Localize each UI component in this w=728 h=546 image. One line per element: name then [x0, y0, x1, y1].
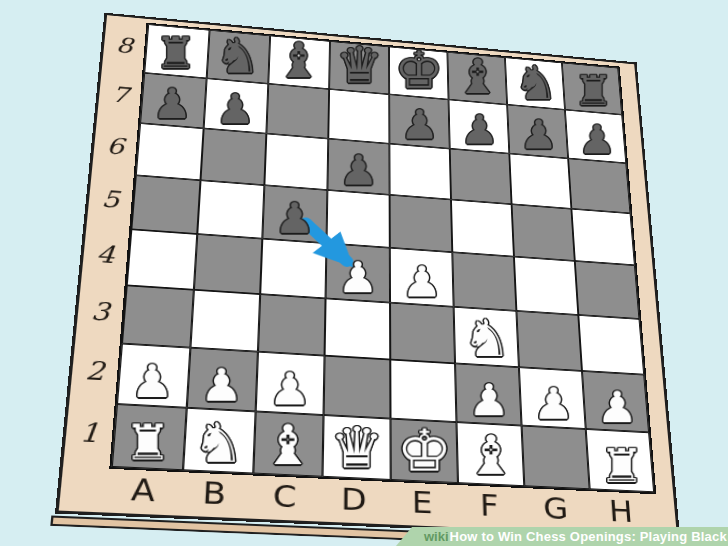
file-label-d: D — [320, 476, 389, 523]
square-b7: ♟ — [204, 78, 269, 133]
file-label-b: B — [178, 469, 251, 516]
square-a1: ♜ — [112, 404, 187, 470]
square-f5 — [451, 200, 514, 257]
black-pawn-h7-piece: ♟ — [568, 120, 626, 160]
rank-label-3: 3 — [75, 281, 124, 342]
square-e2 — [390, 360, 456, 423]
rank-label-5: 5 — [87, 170, 134, 227]
black-pawn-d6-piece: ♟ — [328, 150, 389, 191]
white-pawn-g2-piece: ♟ — [521, 382, 585, 426]
square-b2: ♟ — [187, 348, 258, 412]
square-f3: ♞ — [454, 307, 519, 367]
white-bishop-f1-piece: ♝ — [458, 429, 524, 483]
file-label-a: A — [106, 466, 181, 514]
board-frame: 87654321 ABCDEFGH ♜♞♝♛♚♝♞♜♟♟♟♟♟♟♟♟♟♟♞♟♟♟… — [55, 13, 680, 540]
square-a5 — [131, 175, 200, 234]
white-pawn-e4-piece: ♟ — [390, 261, 453, 304]
square-b1: ♞ — [183, 408, 256, 474]
square-d8: ♛ — [329, 41, 389, 94]
white-bishop-c1-piece: ♝ — [254, 418, 321, 473]
black-pawn-b7-piece: ♟ — [205, 88, 266, 129]
watermark-title: How to Win Chess Openings: Playing Black — [450, 529, 727, 544]
file-label-f: F — [456, 482, 524, 528]
square-g7: ♟ — [507, 105, 568, 159]
white-knight-b1-piece: ♞ — [185, 416, 253, 470]
board-scene: 87654321 ABCDEFGH ♜♞♝♛♚♝♞♜♟♟♟♟♟♟♟♟♟♟♞♟♟♟… — [88, 0, 668, 546]
square-h6 — [568, 158, 630, 213]
rank-label-1: 1 — [63, 400, 114, 465]
white-pawn-b2-piece: ♟ — [188, 363, 255, 408]
file-label-c: C — [249, 472, 320, 519]
rank-label-6: 6 — [92, 118, 138, 173]
rank-label-4: 4 — [81, 224, 129, 283]
square-a7: ♟ — [140, 73, 207, 129]
square-h2: ♟ — [582, 371, 649, 432]
square-b6 — [201, 128, 267, 185]
square-e3 — [390, 303, 455, 364]
black-rook-a8-piece: ♜ — [146, 31, 206, 74]
square-d2 — [324, 356, 391, 419]
square-f8: ♝ — [447, 52, 507, 105]
square-c4 — [260, 239, 326, 299]
square-a2: ♟ — [117, 344, 190, 408]
white-rook-h1-piece: ♜ — [589, 442, 654, 489]
square-g4 — [514, 257, 578, 315]
white-pawn-h2-piece: ♟ — [585, 386, 649, 429]
black-rook-h8-piece: ♜ — [565, 69, 622, 111]
rank-label-2: 2 — [70, 339, 120, 402]
square-f4 — [452, 252, 516, 311]
square-f2: ♟ — [455, 363, 522, 425]
square-h8: ♜ — [562, 63, 622, 115]
square-f6 — [450, 149, 512, 205]
square-g8: ♞ — [505, 57, 565, 109]
square-a3 — [122, 285, 194, 347]
square-c8: ♝ — [268, 36, 330, 89]
black-king-e8-piece: ♚ — [390, 45, 449, 96]
file-label-e: E — [389, 479, 457, 525]
white-king-e1-piece: ♚ — [391, 422, 457, 480]
black-knight-b8-piece: ♞ — [208, 32, 268, 80]
square-f7: ♟ — [449, 100, 510, 154]
black-queen-d8-piece: ♛ — [330, 41, 389, 91]
wikihow-watermark-bar: wikiHow to Win Chess Openings: Playing B… — [396, 527, 728, 546]
wikihow-brand: wiki — [424, 529, 449, 544]
square-e1: ♚ — [390, 419, 458, 483]
square-c2: ♟ — [256, 352, 325, 415]
square-g2: ♟ — [519, 367, 586, 429]
square-c3 — [258, 294, 326, 356]
square-c7 — [266, 84, 329, 139]
white-queen-d1-piece: ♛ — [323, 420, 390, 476]
square-b3 — [190, 290, 260, 352]
square-d5 — [326, 190, 389, 248]
white-pawn-f2-piece: ♟ — [457, 378, 522, 422]
square-h4 — [575, 261, 640, 319]
square-d7 — [328, 89, 389, 144]
black-pawn-f7-piece: ♟ — [450, 110, 509, 150]
black-pawn-g7-piece: ♟ — [509, 115, 568, 155]
chess-board-grid: ♜♞♝♛♚♝♞♜♟♟♟♟♟♟♟♟♟♟♞♟♟♟♟♟♟♜♞♝♛♚♝♜ — [109, 23, 656, 495]
black-pawn-c5-piece: ♟ — [263, 197, 326, 239]
square-a4 — [127, 229, 198, 289]
square-c6 — [264, 134, 328, 190]
square-e4: ♟ — [390, 248, 454, 307]
wikihow-chess-illustration: 87654321 ABCDEFGH ♜♞♝♛♚♝♞♜♟♟♟♟♟♟♟♟♟♟♞♟♟♟… — [0, 0, 728, 546]
square-c1: ♝ — [253, 411, 323, 476]
square-h7: ♟ — [565, 110, 626, 163]
rank-label-8: 8 — [102, 19, 146, 71]
file-label-h: H — [588, 488, 656, 533]
square-a6 — [136, 123, 204, 180]
square-a8: ♜ — [144, 24, 209, 78]
square-g6 — [509, 154, 571, 209]
square-d3 — [325, 298, 391, 359]
square-e7: ♟ — [389, 94, 450, 148]
square-b8: ♞ — [207, 30, 270, 84]
square-d4: ♟ — [326, 243, 390, 302]
square-e5 — [390, 195, 453, 252]
rank-label-7: 7 — [97, 68, 142, 122]
square-d6: ♟ — [327, 139, 389, 195]
black-bishop-f8-piece: ♝ — [449, 53, 507, 100]
white-knight-f3-piece: ♞ — [455, 313, 519, 364]
black-pawn-e7-piece: ♟ — [390, 104, 450, 144]
black-knight-g8-piece: ♞ — [507, 60, 565, 106]
square-c5: ♟ — [262, 185, 327, 243]
square-b5 — [197, 180, 264, 238]
black-bishop-c8-piece: ♝ — [269, 37, 328, 85]
black-pawn-a7-piece: ♟ — [142, 83, 203, 124]
white-pawn-c2-piece: ♟ — [257, 367, 323, 412]
white-pawn-d4-piece: ♟ — [326, 256, 389, 299]
square-f1: ♝ — [456, 422, 524, 486]
square-g1 — [522, 426, 590, 490]
square-h1: ♜ — [586, 429, 654, 492]
square-d1: ♛ — [322, 415, 390, 480]
tilted-board: 87654321 ABCDEFGH ♜♞♝♛♚♝♞♜♟♟♟♟♟♟♟♟♟♟♞♟♟♟… — [55, 13, 680, 540]
square-e8: ♚ — [389, 47, 449, 100]
file-label-g: G — [522, 485, 590, 531]
white-pawn-a2-piece: ♟ — [119, 359, 186, 404]
square-g5 — [512, 204, 575, 261]
square-b4 — [194, 234, 262, 294]
square-g3 — [516, 311, 582, 371]
square-h3 — [578, 315, 644, 375]
square-e6 — [389, 144, 451, 200]
white-rook-a1-piece: ♜ — [114, 417, 182, 466]
square-h5 — [571, 209, 634, 265]
